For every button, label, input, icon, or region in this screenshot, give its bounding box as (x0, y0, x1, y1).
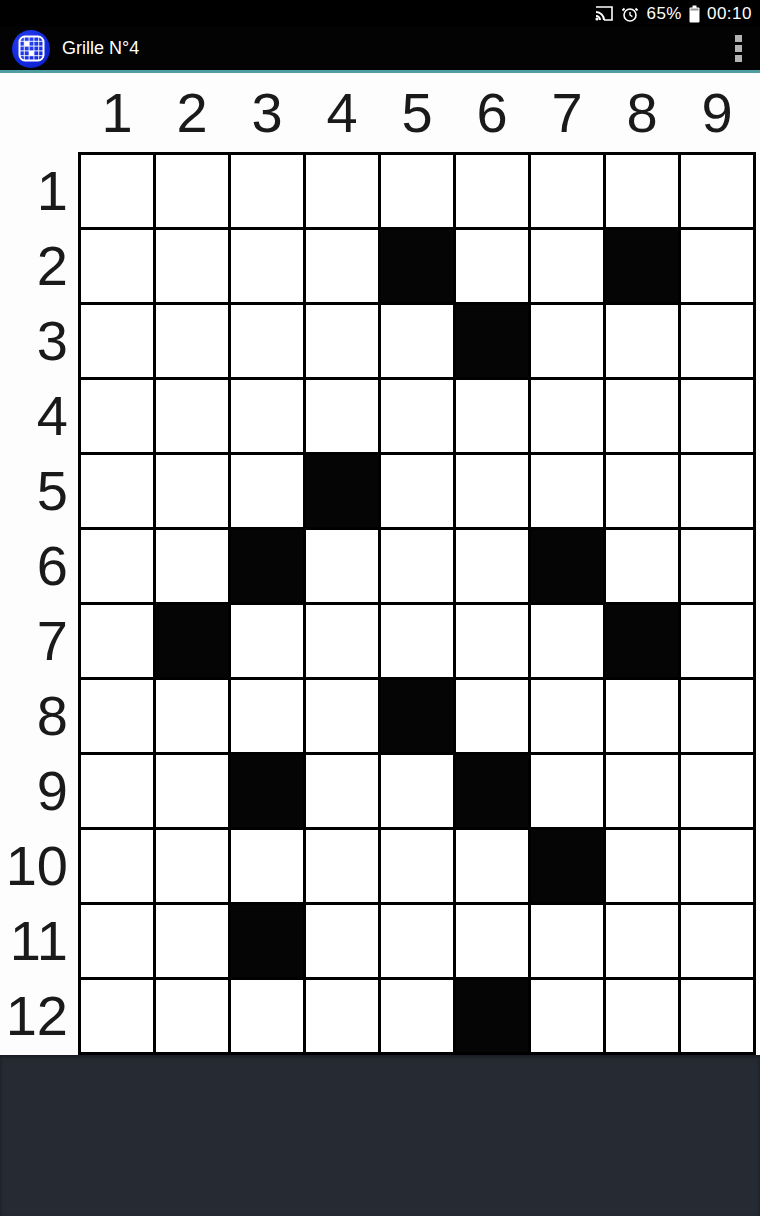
grid-cell[interactable] (306, 530, 378, 602)
black-cell (306, 455, 378, 527)
grid-cell[interactable] (681, 755, 753, 827)
grid-cell[interactable] (81, 980, 153, 1052)
app-bar: Grille N°4 (0, 27, 760, 73)
grid-cell[interactable] (381, 830, 453, 902)
grid-cell[interactable] (156, 530, 228, 602)
row-label-5: 5 (0, 455, 78, 527)
bottom-panel (0, 1055, 760, 1216)
grid-cell[interactable] (156, 680, 228, 752)
grid-cell[interactable] (681, 230, 753, 302)
grid-cell[interactable] (606, 155, 678, 227)
grid-cell[interactable] (681, 980, 753, 1052)
black-cell (231, 755, 303, 827)
row-label-12: 12 (0, 980, 78, 1052)
grid-cell[interactable] (456, 905, 528, 977)
grid-cell[interactable] (606, 980, 678, 1052)
grid-cell[interactable] (231, 980, 303, 1052)
grid-cell[interactable] (81, 155, 153, 227)
grid-cell[interactable] (456, 230, 528, 302)
grid-cell[interactable] (606, 830, 678, 902)
grid-cell[interactable] (81, 305, 153, 377)
grid-cell[interactable] (231, 680, 303, 752)
row-label-3: 3 (0, 305, 78, 377)
grid-cell[interactable] (231, 830, 303, 902)
status-bar: 65% 00:10 (0, 0, 760, 27)
grid-cell[interactable] (681, 155, 753, 227)
grid-cell[interactable] (156, 755, 228, 827)
grid-cell[interactable] (156, 380, 228, 452)
black-cell (456, 755, 528, 827)
grid-cell[interactable] (681, 605, 753, 677)
row-label-10: 10 (0, 830, 78, 902)
grid-cell[interactable] (531, 230, 603, 302)
grid-cell[interactable] (381, 755, 453, 827)
col-label-7: 7 (531, 85, 603, 141)
grid-cell[interactable] (81, 455, 153, 527)
col-label-1: 1 (81, 85, 153, 141)
grid-cell[interactable] (81, 380, 153, 452)
grid-cell[interactable] (381, 905, 453, 977)
grid-cell[interactable] (681, 680, 753, 752)
column-headers: 123456789 (78, 73, 760, 152)
page-title: Grille N°4 (62, 38, 139, 59)
col-label-9: 9 (681, 85, 753, 141)
col-label-8: 8 (606, 85, 678, 141)
grid-cell[interactable] (606, 680, 678, 752)
black-cell (456, 305, 528, 377)
cast-icon (594, 6, 614, 22)
row-label-4: 4 (0, 380, 78, 452)
alarm-icon (621, 5, 639, 23)
grid-cell[interactable] (606, 530, 678, 602)
grid-cell[interactable] (381, 305, 453, 377)
grid-cell[interactable] (306, 230, 378, 302)
row-label-1: 1 (0, 155, 78, 227)
grid-cell[interactable] (156, 455, 228, 527)
grid-cell[interactable] (456, 680, 528, 752)
row-label-8: 8 (0, 680, 78, 752)
grid-cell[interactable] (81, 230, 153, 302)
grid-cell[interactable] (456, 155, 528, 227)
grid-cell[interactable] (456, 455, 528, 527)
battery-icon (689, 5, 700, 23)
grid-cell[interactable] (381, 980, 453, 1052)
grid-cell[interactable] (306, 680, 378, 752)
grid-cell[interactable] (81, 680, 153, 752)
row-label-6: 6 (0, 530, 78, 602)
grid-cell[interactable] (381, 380, 453, 452)
grid-cell[interactable] (456, 830, 528, 902)
grid-cell[interactable] (231, 155, 303, 227)
black-cell (156, 605, 228, 677)
grid-cell[interactable] (381, 455, 453, 527)
battery-percent: 65% (646, 4, 682, 24)
grid-cell[interactable] (606, 905, 678, 977)
grid-cell[interactable] (156, 905, 228, 977)
grid-cell[interactable] (531, 305, 603, 377)
black-cell (456, 980, 528, 1052)
grid-cell[interactable] (681, 830, 753, 902)
grid-cell[interactable] (681, 380, 753, 452)
grid-cell[interactable] (81, 905, 153, 977)
grid-cell[interactable] (606, 305, 678, 377)
black-cell (606, 230, 678, 302)
grid-cell[interactable] (456, 605, 528, 677)
grid-cell[interactable] (531, 380, 603, 452)
grid-cell[interactable] (531, 455, 603, 527)
grid-cell[interactable] (156, 230, 228, 302)
col-label-5: 5 (381, 85, 453, 141)
grid-cell[interactable] (231, 380, 303, 452)
grid-cell[interactable] (606, 380, 678, 452)
col-label-2: 2 (156, 85, 228, 141)
col-label-4: 4 (306, 85, 378, 141)
grid-cell[interactable] (306, 755, 378, 827)
grid-cell[interactable] (681, 530, 753, 602)
grid-cell[interactable] (156, 980, 228, 1052)
black-cell (531, 830, 603, 902)
grid-cell[interactable] (306, 605, 378, 677)
grid-cell[interactable] (156, 155, 228, 227)
grid-cell[interactable] (306, 380, 378, 452)
grid-cell[interactable] (231, 305, 303, 377)
grid-cell[interactable] (606, 755, 678, 827)
grid-cell[interactable] (156, 830, 228, 902)
grid-cell[interactable] (531, 980, 603, 1052)
grid-cell[interactable] (306, 305, 378, 377)
crossword-grid (78, 152, 756, 1055)
grid-cell[interactable] (606, 455, 678, 527)
clock-time: 00:10 (707, 4, 752, 24)
grid-cell[interactable] (531, 755, 603, 827)
grid-cell[interactable] (381, 155, 453, 227)
black-cell (231, 905, 303, 977)
grid-cell[interactable] (306, 830, 378, 902)
grid-cell[interactable] (381, 530, 453, 602)
board-area: 123456789 123456789101112 (0, 73, 760, 1055)
grid-cell[interactable] (231, 455, 303, 527)
grid-cell[interactable] (681, 305, 753, 377)
black-cell (531, 530, 603, 602)
grid-cell[interactable] (306, 155, 378, 227)
grid-cell[interactable] (456, 380, 528, 452)
row-label-7: 7 (0, 605, 78, 677)
black-cell (231, 530, 303, 602)
row-label-11: 11 (0, 905, 78, 977)
app-screen: 65% 00:10 Grille N°4 123456789 (0, 0, 760, 1216)
grid-cell[interactable] (531, 905, 603, 977)
grid-cell[interactable] (156, 305, 228, 377)
grid-cell[interactable] (456, 530, 528, 602)
grid-cell[interactable] (681, 455, 753, 527)
col-label-6: 6 (456, 85, 528, 141)
row-label-2: 2 (0, 230, 78, 302)
grid-cell[interactable] (81, 755, 153, 827)
col-label-3: 3 (231, 85, 303, 141)
black-cell (381, 680, 453, 752)
grid-cell[interactable] (306, 905, 378, 977)
overflow-menu-icon[interactable] (729, 31, 748, 66)
grid-cell[interactable] (531, 155, 603, 227)
grid-cell[interactable] (531, 680, 603, 752)
grid-cell[interactable] (81, 605, 153, 677)
app-grid-icon (12, 30, 50, 68)
row-headers: 123456789101112 (0, 152, 78, 1055)
black-cell (606, 605, 678, 677)
grid-cell[interactable] (681, 905, 753, 977)
grid-cell[interactable] (231, 605, 303, 677)
grid-cell[interactable] (381, 605, 453, 677)
black-cell (381, 230, 453, 302)
grid-cell[interactable] (81, 530, 153, 602)
row-label-9: 9 (0, 755, 78, 827)
grid-cell[interactable] (231, 230, 303, 302)
grid-cell[interactable] (531, 605, 603, 677)
grid-cell[interactable] (81, 830, 153, 902)
grid-cell[interactable] (306, 980, 378, 1052)
